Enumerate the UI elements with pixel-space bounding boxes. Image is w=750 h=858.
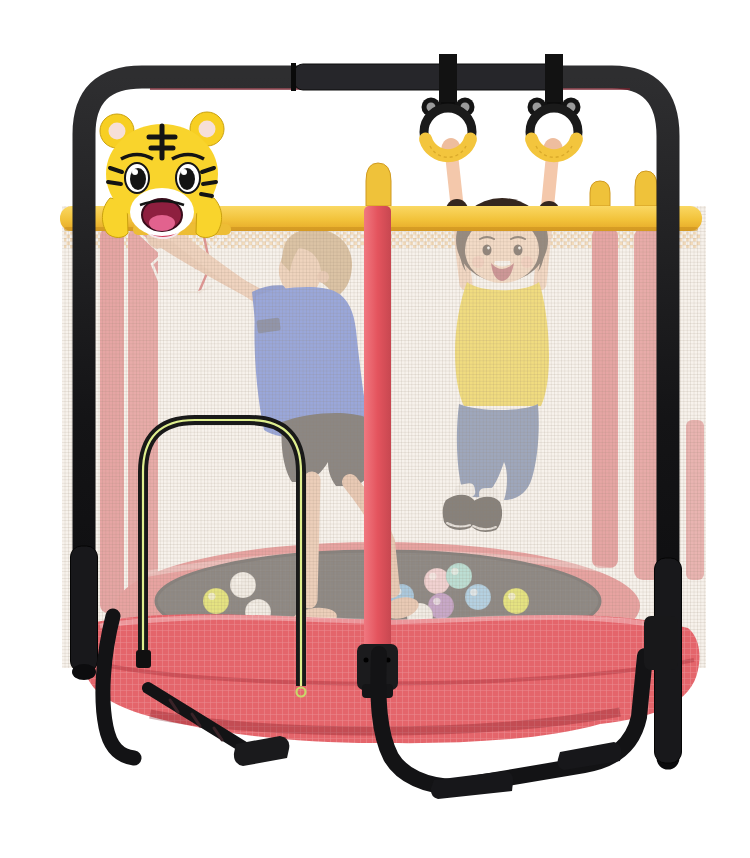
tiger-glint-left <box>132 169 138 175</box>
pole-cap-center <box>366 163 391 206</box>
tiger-tongue <box>149 215 175 231</box>
left-pole-sleeve <box>71 546 98 672</box>
pole-cap-right-inner <box>590 181 610 206</box>
front-foot-pad-left <box>431 771 513 799</box>
front-net-pole-sleeve <box>364 206 391 668</box>
strap-right <box>545 54 563 108</box>
zipper-left-end <box>136 650 151 668</box>
left-pole-tip <box>72 664 96 680</box>
handlebar-grip <box>294 64 554 90</box>
front-foot-pad-right <box>558 742 622 770</box>
tiger-glint-right <box>181 169 187 175</box>
ring-strap-right <box>545 54 563 112</box>
strap-left <box>439 54 457 108</box>
tiger-basketball-hoop <box>100 112 231 238</box>
clamp-bolt-left <box>364 658 369 663</box>
pole-cap-right-outer <box>635 171 657 206</box>
tiger-ear-right-inner <box>199 121 216 138</box>
grip-collar-left <box>291 63 296 91</box>
right-pole-clamp <box>644 616 678 670</box>
product-photo <box>0 0 750 858</box>
tiger-ear-left-inner <box>109 123 126 140</box>
ring-strap-left <box>439 54 457 112</box>
trampoline-scene <box>0 0 750 858</box>
